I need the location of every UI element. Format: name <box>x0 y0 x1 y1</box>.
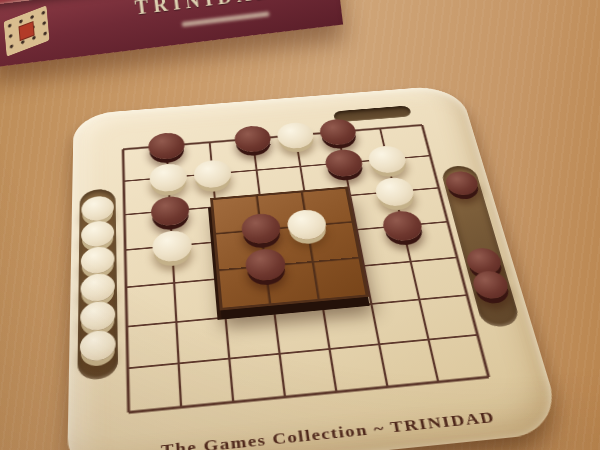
board-grid[interactable] <box>122 124 492 415</box>
game-box-spine: TRINIDAD® <box>0 0 343 68</box>
reserve-disc-white[interactable] <box>80 272 115 302</box>
reserve-disc-white[interactable] <box>81 246 115 275</box>
center-platform[interactable] <box>210 187 369 311</box>
table-surface: { "game": "Trinidad — wooden strategy bo… <box>0 0 600 450</box>
reserve-disc-white[interactable] <box>81 195 114 222</box>
reserve-disc-dark[interactable] <box>470 270 511 300</box>
reserve-disc-white[interactable] <box>81 220 114 248</box>
reserve-disc-dark[interactable] <box>443 170 481 196</box>
box-board-illustration <box>4 5 50 57</box>
bevel-text: The Games Collection ~ TRINIDAD <box>161 408 497 450</box>
white-reserve-tray[interactable] <box>77 188 118 381</box>
platform-lines <box>210 187 369 311</box>
reserve-disc-white[interactable] <box>80 300 115 331</box>
box-subtitle-blur <box>182 11 270 27</box>
game-board[interactable]: pinThe Games Collection ~ TRINIDAD <box>67 84 565 450</box>
reserve-disc-white[interactable] <box>80 329 116 362</box>
